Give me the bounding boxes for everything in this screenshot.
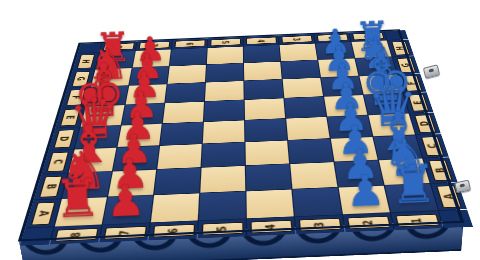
square-d4 <box>245 119 287 142</box>
rank-label-front-7: 7 <box>99 223 149 242</box>
square-g4 <box>244 62 282 81</box>
square-d3 <box>286 117 330 140</box>
square-d5 <box>203 120 245 143</box>
label-plate: 8 <box>54 228 98 241</box>
metal-clasp-lower <box>454 180 471 194</box>
square-g5 <box>206 63 243 82</box>
square-a4 <box>246 190 293 219</box>
frame-corner <box>20 227 53 246</box>
coordinate-label: A <box>36 210 50 216</box>
square-f3 <box>283 78 323 98</box>
square-h6 <box>170 48 207 66</box>
square-b4 <box>246 164 291 191</box>
label-plate: 6 <box>174 40 205 47</box>
square-h4 <box>244 45 281 63</box>
square-b6 <box>154 168 200 195</box>
square-f6 <box>165 83 205 103</box>
square-d6 <box>160 122 203 145</box>
square-c3 <box>288 139 333 164</box>
coordinate-label: 7 <box>149 44 159 47</box>
square-c5 <box>202 142 245 167</box>
coordinate-label: 3 <box>292 38 302 41</box>
square-a7: ♟ <box>103 195 153 224</box>
piece-blue-pawn: ♟ <box>345 169 386 214</box>
piece-red-pawn: ♟ <box>105 179 146 224</box>
clasp-hole-icon <box>428 68 434 72</box>
square-g6 <box>168 65 206 84</box>
label-plate: 3 <box>281 36 312 43</box>
rank-label-front-6: 6 <box>149 221 198 240</box>
square-h3 <box>280 44 318 62</box>
square-a6 <box>151 193 199 222</box>
square-f5 <box>205 81 244 101</box>
clasp-hole-icon <box>460 184 466 188</box>
frame-corner <box>439 210 473 228</box>
label-plate: 7 <box>103 226 146 239</box>
coordinate-label: A <box>441 193 455 199</box>
metal-clasp-upper <box>423 64 440 78</box>
square-b5 <box>200 166 245 193</box>
square-b3 <box>290 162 337 189</box>
label-plate: 4 <box>246 37 277 44</box>
label-plate: A <box>31 202 56 225</box>
square-h5 <box>207 47 243 65</box>
square-e6 <box>163 102 204 124</box>
square-e4 <box>245 98 285 119</box>
coordinate-label: 8 <box>113 45 123 48</box>
rank-label-front-1: 1 <box>391 211 443 230</box>
square-f4 <box>244 79 283 99</box>
chess-board: 87654321H♜♟♟♜HG♞♟♟♞GF♝♟♟♝FE♚♟♟♚ED♛♟♟♛DC♝… <box>22 30 460 239</box>
square-e3 <box>284 97 326 118</box>
square-a5 <box>199 191 246 220</box>
piece-red-rook: ♜ <box>53 171 102 226</box>
label-plate: 2 <box>346 216 390 229</box>
rank-label-front-3: 3 <box>295 215 345 234</box>
label-plate: 4 <box>250 220 292 233</box>
square-g3 <box>281 60 320 79</box>
coordinate-label: 1 <box>363 35 373 38</box>
piece-blue-rook: ♜ <box>388 157 437 212</box>
label-plate: 3 <box>298 218 341 231</box>
rank-label-front-8: 8 <box>50 225 101 244</box>
coordinate-label: 5 <box>220 41 230 44</box>
square-a8: ♜ <box>55 197 107 226</box>
square-c4 <box>245 141 289 166</box>
square-c6 <box>157 144 201 169</box>
label-plate: 1 <box>395 214 440 227</box>
coordinate-label: 4 <box>256 39 266 42</box>
board-grid: 87654321H♜♟♟♜HG♞♟♟♞GF♝♟♟♝FE♚♟♟♚ED♛♟♟♛DC♝… <box>22 30 460 239</box>
product-photo: 87654321H♜♟♟♜HG♞♟♟♞GF♝♟♟♝FE♚♟♟♚ED♛♟♟♛DC♝… <box>0 0 480 260</box>
square-a3 <box>293 188 342 217</box>
square-a1: ♜ <box>385 184 438 213</box>
square-a2: ♟ <box>339 186 390 215</box>
label-plate: 6 <box>152 224 195 237</box>
scene: 87654321H♜♟♟♜HG♞♟♟♞GF♝♟♟♝FE♚♟♟♚ED♛♟♟♛DC♝… <box>48 0 431 260</box>
label-plate: 5 <box>210 39 241 46</box>
rank-label-front-5: 5 <box>198 219 246 238</box>
rank-label-front-2: 2 <box>343 213 394 232</box>
rank-label-front-4: 4 <box>247 217 295 236</box>
coordinate-label: 6 <box>185 42 195 45</box>
square-e5 <box>204 100 244 122</box>
coordinate-label: 2 <box>327 36 337 39</box>
label-plate: 5 <box>201 222 243 235</box>
